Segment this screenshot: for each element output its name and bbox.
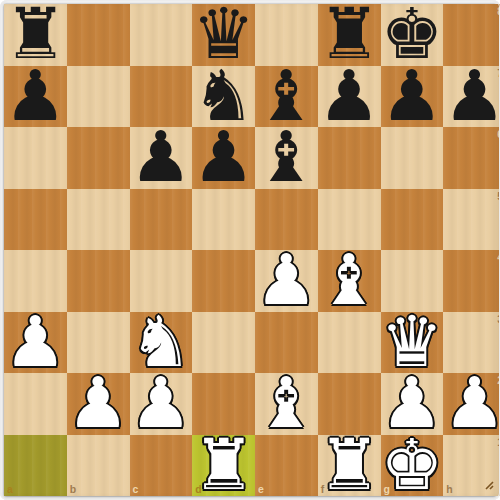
piece-white-pawn[interactable]: ♟ xyxy=(67,373,130,434)
square-g5[interactable] xyxy=(381,189,444,251)
piece-white-pawn[interactable]: ♟ xyxy=(130,373,193,434)
piece-black-pawn[interactable]: ♟ xyxy=(4,66,67,127)
square-d6[interactable]: ♟ xyxy=(192,127,255,189)
file-label-a: a xyxy=(7,484,13,495)
file-label-f: f xyxy=(321,484,325,495)
square-c8[interactable] xyxy=(130,4,193,66)
piece-white-pawn[interactable]: ♟ xyxy=(443,373,500,434)
square-h2[interactable]: 2♟ xyxy=(443,373,500,435)
square-f7[interactable]: ♟ xyxy=(318,66,381,128)
square-d1[interactable]: d♜ xyxy=(192,435,255,497)
file-label-d: d xyxy=(195,484,201,495)
square-d4[interactable] xyxy=(192,250,255,312)
piece-black-pawn[interactable]: ♟ xyxy=(130,127,193,188)
square-b4[interactable] xyxy=(67,250,130,312)
file-label-b: b xyxy=(70,484,76,495)
square-c2[interactable]: ♟ xyxy=(130,373,193,435)
square-d3[interactable] xyxy=(192,312,255,374)
square-h5[interactable]: 5 xyxy=(443,189,500,251)
square-f1[interactable]: f♜ xyxy=(318,435,381,497)
square-c6[interactable]: ♟ xyxy=(130,127,193,189)
square-b8[interactable] xyxy=(67,4,130,66)
piece-white-rook[interactable]: ♜ xyxy=(318,435,381,496)
square-e2[interactable]: ♝ xyxy=(255,373,318,435)
square-a5[interactable] xyxy=(4,189,67,251)
file-label-e: e xyxy=(258,484,264,495)
resize-handle-icon[interactable] xyxy=(482,476,494,494)
piece-white-bishop[interactable]: ♝ xyxy=(318,250,381,311)
piece-black-pawn[interactable]: ♟ xyxy=(443,66,500,127)
piece-white-pawn[interactable]: ♟ xyxy=(255,250,318,311)
square-b5[interactable] xyxy=(67,189,130,251)
piece-black-pawn[interactable]: ♟ xyxy=(192,127,255,188)
square-b7[interactable] xyxy=(67,66,130,128)
piece-black-pawn[interactable]: ♟ xyxy=(318,66,381,127)
square-b2[interactable]: ♟ xyxy=(67,373,130,435)
square-e6[interactable]: ♝ xyxy=(255,127,318,189)
file-label-g: g xyxy=(384,484,390,495)
piece-black-bishop[interactable]: ♝ xyxy=(255,127,318,188)
square-g7[interactable]: ♟ xyxy=(381,66,444,128)
square-e4[interactable]: ♟ xyxy=(255,250,318,312)
chess-board: ♜♛♜♚8♟♞♝♟♟7♟♟♟♝65♟♝4♟♞♛3♟♟♝♟2♟abcd♜ef♜g♚… xyxy=(4,4,496,496)
square-b6[interactable] xyxy=(67,127,130,189)
square-g1[interactable]: g♚ xyxy=(381,435,444,497)
square-a7[interactable]: ♟ xyxy=(4,66,67,128)
square-a1[interactable]: a xyxy=(4,435,67,497)
piece-white-bishop[interactable]: ♝ xyxy=(255,373,318,434)
square-h4[interactable]: 4 xyxy=(443,250,500,312)
square-a3[interactable]: ♟ xyxy=(4,312,67,374)
square-f4[interactable]: ♝ xyxy=(318,250,381,312)
file-label-c: c xyxy=(133,484,139,495)
piece-black-pawn[interactable]: ♟ xyxy=(381,66,444,127)
piece-white-pawn[interactable]: ♟ xyxy=(4,312,67,373)
file-label-h: h xyxy=(446,484,452,495)
square-h7[interactable]: 7♟ xyxy=(443,66,500,128)
